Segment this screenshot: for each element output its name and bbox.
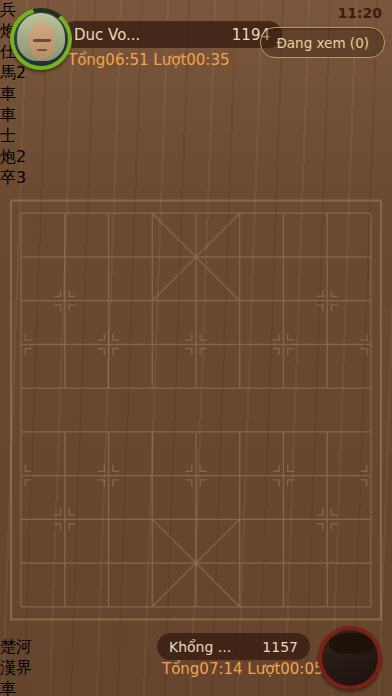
top-player-timer: Tổng06:51 Lượt00:35 [68, 51, 230, 69]
xiangqi-board[interactable]: 楚河 漢界 車將卒象兵象士炮仕車相帥 [0, 189, 392, 696]
piece-glyph: 士 [0, 126, 16, 145]
captured-black-chariot: 車 [0, 105, 392, 126]
portrait-eyes [343, 660, 361, 663]
bottom-player-name: Khổng ... [169, 639, 231, 655]
bottom-player-rating: 1157 [262, 639, 298, 655]
xiangqi-app: 11:20 Duc Vo... 1194 Tổng06:51 Lượt00:35… [0, 0, 392, 696]
bottom-player-plate: Khổng ... 1157 [157, 633, 310, 660]
board-grid-lines [0, 189, 392, 633]
piece-glyph: 車 [0, 84, 16, 103]
captured-red-chariot: 車 [0, 84, 392, 105]
top-player-avatar[interactable] [10, 8, 72, 70]
top-player-name: Duc Vo... [74, 26, 140, 44]
piece-glyph: 炮 [0, 147, 16, 166]
capture-count-badge: 2 [16, 147, 26, 166]
top-player-portrait [14, 12, 68, 66]
piece-glyph: 卒 [0, 168, 16, 187]
captured-black-cannon: 炮2 [0, 147, 392, 168]
piece-glyph: 車 [0, 105, 16, 124]
portrait-hair [329, 633, 375, 654]
piece-glyph: 馬 [0, 63, 16, 82]
bottom-player-portrait [322, 630, 378, 686]
piece-glyph: 車 [0, 679, 16, 696]
bottom-captured-tray: 車士炮2卒3 [0, 105, 392, 189]
top-player-plate: Duc Vo... 1194 [62, 21, 282, 48]
spectators-button[interactable]: Đang xem (0) [260, 27, 385, 58]
piece-glyph: 兵 [0, 0, 16, 19]
capture-count-badge: 3 [16, 168, 26, 187]
portrait-mouth [37, 49, 47, 51]
bottom-player-avatar[interactable] [318, 626, 382, 690]
portrait-eyes [33, 39, 51, 42]
captured-black-advisor: 士 [0, 126, 392, 147]
bottom-player-timer: Tổng07:14 Lượt00:05 [162, 660, 324, 678]
status-bar-clock: 11:20 [337, 5, 382, 21]
captured-black-soldier: 卒3 [0, 168, 392, 189]
